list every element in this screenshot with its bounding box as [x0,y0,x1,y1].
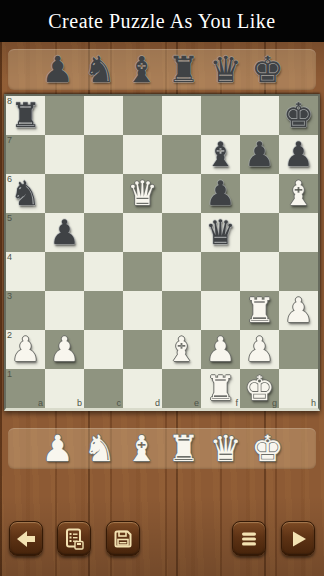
file-label-b: b [77,398,82,408]
menu-button[interactable] [232,521,266,556]
square-g4[interactable] [240,252,279,291]
white-pawn[interactable]: ♟ [10,330,40,369]
black-queen-tray-piece[interactable]: ♛ [210,49,241,90]
square-a5[interactable]: 5 [6,213,45,252]
white-knight-tray-piece[interactable]: ♞ [84,428,115,469]
file-label-c: c [117,398,122,408]
document-copy-icon [62,527,86,551]
square-g1[interactable]: g♚ [240,369,279,408]
square-e6[interactable] [162,174,201,213]
square-h6[interactable]: ♝ [279,174,318,213]
black-knight[interactable]: ♞ [10,174,40,213]
square-d1[interactable]: d [123,369,162,408]
square-d2[interactable] [123,330,162,369]
rank-label-5: 5 [7,213,12,223]
black-king-tray-piece[interactable]: ♚ [252,49,283,90]
back-button[interactable] [9,521,43,556]
square-c7[interactable] [84,135,123,174]
white-king[interactable]: ♚ [244,369,274,408]
square-e5[interactable] [162,213,201,252]
square-a7[interactable]: 7 [6,135,45,174]
square-c4[interactable] [84,252,123,291]
white-pawn-tray-piece[interactable]: ♟ [42,428,73,469]
square-g2[interactable]: ♟ [240,330,279,369]
square-a2[interactable]: 2♟ [6,330,45,369]
square-a1[interactable]: 1a [6,369,45,408]
file-label-h: h [311,398,316,408]
black-bishop[interactable]: ♝ [205,135,235,174]
square-e3[interactable] [162,291,201,330]
square-f6[interactable]: ♟ [201,174,240,213]
square-b5[interactable]: ♟ [45,213,84,252]
square-e4[interactable] [162,252,201,291]
square-b4[interactable] [45,252,84,291]
black-queen[interactable]: ♛ [205,213,235,252]
black-piece-tray: ♟♞♝♜♛♚ [8,49,316,90]
black-rook[interactable]: ♜ [10,96,40,135]
square-b1[interactable]: b [45,369,84,408]
square-f2[interactable]: ♟ [201,330,240,369]
square-f8[interactable] [201,96,240,135]
black-knight-tray-piece[interactable]: ♞ [84,49,115,90]
square-b3[interactable] [45,291,84,330]
square-d6[interactable]: ♛ [123,174,162,213]
square-b6[interactable] [45,174,84,213]
black-pawn[interactable]: ♟ [205,174,235,213]
square-e8[interactable] [162,96,201,135]
white-queen[interactable]: ♛ [127,174,157,213]
square-a8[interactable]: 8♜ [6,96,45,135]
black-pawn-tray-piece[interactable]: ♟ [42,49,73,90]
title-bar: Create Puzzle As You Like [0,0,324,42]
black-pawn[interactable]: ♟ [244,135,274,174]
square-h1[interactable]: h [279,369,318,408]
square-e1[interactable]: e [162,369,201,408]
white-bishop[interactable]: ♝ [283,174,313,213]
square-f7[interactable]: ♝ [201,135,240,174]
black-pawn[interactable]: ♟ [283,135,313,174]
rank-label-4: 4 [7,252,12,262]
square-d7[interactable] [123,135,162,174]
white-queen-tray-piece[interactable]: ♛ [210,428,241,469]
white-bishop[interactable]: ♝ [166,330,196,369]
file-label-f: f [235,398,238,408]
square-a3[interactable]: 3 [6,291,45,330]
square-f1[interactable]: f♜ [201,369,240,408]
square-d5[interactable] [123,213,162,252]
rank-label-1: 1 [7,369,12,379]
file-label-a: a [38,398,43,408]
file-label-e: e [194,398,199,408]
white-king-tray-piece[interactable]: ♚ [252,428,283,469]
arrow-left-icon [14,527,38,551]
square-d8[interactable] [123,96,162,135]
white-piece-tray: ♟♞♝♜♛♚ [8,428,316,469]
square-h5[interactable] [279,213,318,252]
square-d4[interactable] [123,252,162,291]
white-rook-tray-piece[interactable]: ♜ [168,428,199,469]
rank-label-7: 7 [7,135,12,145]
play-icon [286,527,310,551]
copy-position-button[interactable] [57,521,91,556]
square-b2[interactable]: ♟ [45,330,84,369]
square-c1[interactable]: c [84,369,123,408]
board: 8♜♚7♝♟♟6♞♛♟♝5♟♛43♜♟2♟♟♝♟♟1abcdef♜g♚h [4,94,320,411]
white-pawn[interactable]: ♟ [49,330,79,369]
square-g5[interactable] [240,213,279,252]
black-pawn[interactable]: ♟ [49,213,79,252]
square-b7[interactable] [45,135,84,174]
square-h4[interactable] [279,252,318,291]
black-king[interactable]: ♚ [283,96,313,135]
square-g7[interactable]: ♟ [240,135,279,174]
square-a6[interactable]: 6♞ [6,174,45,213]
white-rook[interactable]: ♜ [244,291,274,330]
square-h3[interactable]: ♟ [279,291,318,330]
rank-label-3: 3 [7,291,12,301]
square-g6[interactable] [240,174,279,213]
file-label-d: d [155,398,160,408]
square-c5[interactable] [84,213,123,252]
square-g8[interactable] [240,96,279,135]
square-f3[interactable] [201,291,240,330]
save-button[interactable] [106,521,140,556]
white-bishop-tray-piece[interactable]: ♝ [126,428,157,469]
white-pawn[interactable]: ♟ [205,330,235,369]
puzzle-editor-screen: { "header": { "title": "Create Puzzle As… [0,0,324,576]
square-c2[interactable] [84,330,123,369]
square-g3[interactable]: ♜ [240,291,279,330]
square-c8[interactable] [84,96,123,135]
square-f4[interactable] [201,252,240,291]
white-pawn[interactable]: ♟ [283,291,313,330]
square-h7[interactable]: ♟ [279,135,318,174]
white-pawn[interactable]: ♟ [244,330,274,369]
square-c3[interactable] [84,291,123,330]
square-f5[interactable]: ♛ [201,213,240,252]
square-e7[interactable] [162,135,201,174]
square-b8[interactable] [45,96,84,135]
square-h2[interactable] [279,330,318,369]
play-button[interactable] [281,521,315,556]
square-c6[interactable] [84,174,123,213]
floppy-disk-icon [111,527,135,551]
square-e2[interactable]: ♝ [162,330,201,369]
black-bishop-tray-piece[interactable]: ♝ [126,49,157,90]
black-rook-tray-piece[interactable]: ♜ [168,49,199,90]
page-title: Create Puzzle As You Like [48,10,275,33]
hamburger-menu-icon [237,527,261,551]
square-a4[interactable]: 4 [6,252,45,291]
square-d3[interactable] [123,291,162,330]
square-h8[interactable]: ♚ [279,96,318,135]
white-rook[interactable]: ♜ [205,369,235,408]
